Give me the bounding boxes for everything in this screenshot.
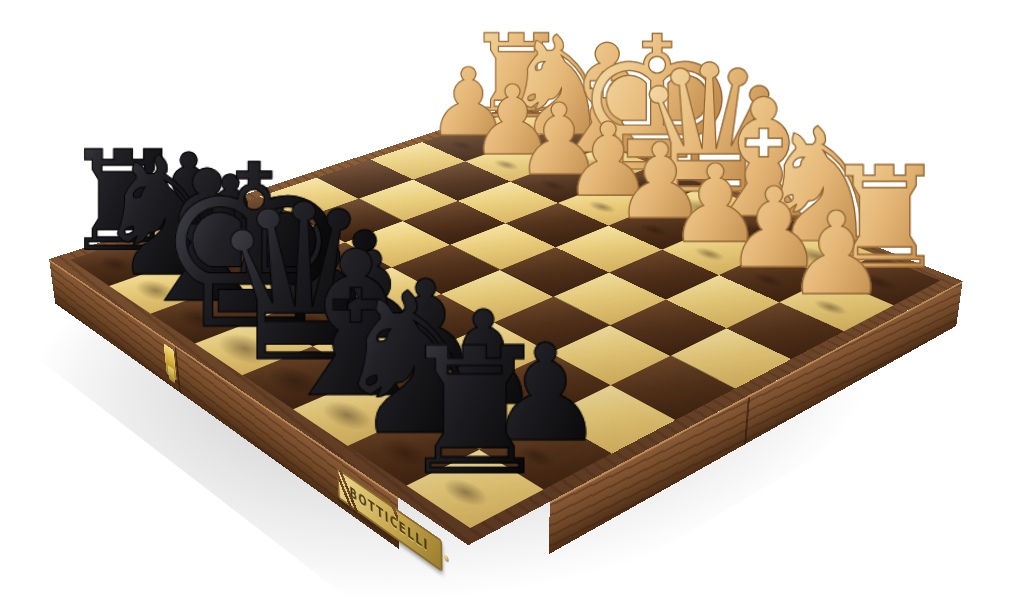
chess-set-photo: ♜♞♝♚♛♝♞♜♟♟♟♟♟♟♟♟♟♟♟♟♟♟♟♟♜♞♝♚♛♝♞♜ BOTTICE…: [0, 0, 1030, 616]
board-perspective-wrapper: ♜♞♝♚♛♝♞♜♟♟♟♟♟♟♟♟♟♟♟♟♟♟♟♟♜♞♝♚♛♝♞♜ BOTTICE…: [177, 0, 824, 593]
white-pawn-glyph: ♟: [733, 197, 939, 311]
chess-board: ♜♞♝♚♛♝♞♜♟♟♟♟♟♟♟♟♟♟♟♟♟♟♟♟♜♞♝♚♛♝♞♜ BOTTICE…: [49, 104, 963, 546]
black-rook-glyph: ♜: [350, 325, 599, 499]
box-fold-seam: [744, 397, 750, 445]
board-surface: ♜♞♝♚♛♝♞♜♟♟♟♟♟♟♟♟♟♟♟♟♟♟♟♟♜♞♝♚♛♝♞♜: [49, 104, 963, 546]
